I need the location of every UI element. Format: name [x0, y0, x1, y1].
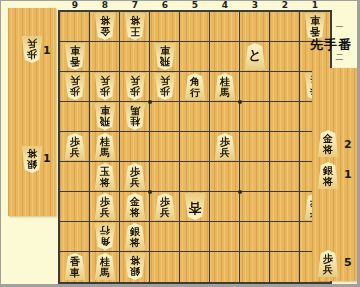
file-label-6: 6 — [150, 0, 180, 10]
square-4-4[interactable] — [210, 102, 240, 132]
square-6-8[interactable] — [150, 222, 180, 252]
piece-kanji: 角行 — [100, 223, 110, 246]
square-9-1[interactable] — [60, 12, 90, 42]
square-5-8[interactable] — [180, 222, 210, 252]
piece-kanji: 歩兵 — [100, 197, 110, 220]
square-4-9[interactable] — [210, 252, 240, 282]
square-4-8[interactable] — [210, 222, 240, 252]
piece-kanji: 飛車 — [100, 103, 110, 126]
square-6-1[interactable] — [150, 12, 180, 42]
square-6-6[interactable] — [150, 162, 180, 192]
star-point — [238, 100, 242, 104]
square-3-9[interactable] — [240, 252, 270, 282]
square-9-4[interactable] — [60, 102, 90, 132]
file-label-2: 2 — [270, 0, 300, 10]
piece-kanji: 王将 — [130, 13, 140, 36]
shogi-app-window: 金将王将香車香車飛車と歩兵歩兵歩兵歩兵角行桂馬歩兵飛車桂馬歩兵桂馬歩兵玉将歩兵歩… — [0, 0, 360, 287]
piece-kanji: 歩兵 — [323, 254, 333, 277]
piece-kanji: 飛車 — [160, 43, 170, 66]
piece-kanji: 杏 — [189, 193, 202, 215]
square-7-5[interactable] — [120, 132, 150, 162]
sente-hand-silver-count: 1 — [344, 168, 352, 181]
square-9-6[interactable] — [60, 162, 90, 192]
piece-kanji: 桂馬 — [130, 103, 140, 126]
piece-kanji: 桂馬 — [100, 137, 110, 160]
shogi-board: 金将王将香車香車飛車と歩兵歩兵歩兵歩兵角行桂馬歩兵飛車桂馬歩兵桂馬歩兵玉将歩兵歩… — [58, 10, 332, 284]
square-2-8[interactable] — [270, 222, 300, 252]
piece-kanji: 銀将 — [130, 253, 140, 276]
turn-indicator: 先手番 — [310, 36, 352, 54]
square-9-7[interactable] — [60, 192, 90, 222]
square-2-7[interactable] — [270, 192, 300, 222]
file-label-5: 5 — [180, 0, 210, 10]
piece-kanji: 角行 — [190, 77, 200, 100]
square-3-5[interactable] — [240, 132, 270, 162]
square-2-2[interactable] — [270, 42, 300, 72]
piece-kanji: 玉将 — [100, 167, 110, 190]
square-2-3[interactable] — [270, 72, 300, 102]
piece-kanji: 歩兵 — [27, 36, 37, 59]
piece-kanji: 歩兵 — [100, 73, 110, 96]
square-2-5[interactable] — [270, 132, 300, 162]
square-3-4[interactable] — [240, 102, 270, 132]
square-3-7[interactable] — [240, 192, 270, 222]
square-3-6[interactable] — [240, 162, 270, 192]
piece-kanji: 金将 — [100, 13, 110, 36]
square-5-9[interactable] — [180, 252, 210, 282]
square-5-1[interactable] — [180, 12, 210, 42]
piece-kanji: 金将 — [130, 197, 140, 220]
square-5-5[interactable] — [180, 132, 210, 162]
star-point — [238, 190, 242, 194]
piece-kanji: 香車 — [70, 43, 80, 66]
square-4-2[interactable] — [210, 42, 240, 72]
square-6-9[interactable] — [150, 252, 180, 282]
square-3-3[interactable] — [240, 72, 270, 102]
square-2-1[interactable] — [270, 12, 300, 42]
square-3-1[interactable] — [240, 12, 270, 42]
square-7-2[interactable] — [120, 42, 150, 72]
piece-kanji: 歩兵 — [130, 73, 140, 96]
file-label-8: 8 — [90, 0, 120, 10]
square-8-2[interactable] — [90, 42, 120, 72]
piece-kanji: 歩兵 — [130, 167, 140, 190]
star-point — [148, 100, 152, 104]
file-label-7: 7 — [120, 0, 150, 10]
file-label-3: 3 — [240, 0, 270, 10]
piece-kanji: 歩兵 — [160, 73, 170, 96]
gote-hand-silver-count: 1 — [43, 152, 51, 165]
piece-kanji: 銀将 — [130, 227, 140, 250]
file-label-4: 4 — [210, 0, 240, 10]
piece-kanji: 香車 — [70, 257, 80, 280]
piece-kanji: 歩兵 — [70, 73, 80, 96]
file-label-9: 9 — [60, 0, 90, 10]
piece-kanji: 歩兵 — [70, 137, 80, 160]
piece-kanji: 銀将 — [323, 166, 333, 189]
square-2-9[interactable] — [270, 252, 300, 282]
piece-kanji: と — [248, 48, 261, 70]
square-4-6[interactable] — [210, 162, 240, 192]
sente-hand-gold-count: 2 — [344, 138, 352, 151]
piece-kanji: 歩兵 — [160, 197, 170, 220]
square-2-6[interactable] — [270, 162, 300, 192]
file-label-1: 1 — [300, 0, 330, 10]
square-6-4[interactable] — [150, 102, 180, 132]
square-5-4[interactable] — [180, 102, 210, 132]
piece-kanji: 金将 — [323, 134, 333, 157]
square-6-5[interactable] — [150, 132, 180, 162]
sente-hand-pawn-count: 5 — [344, 256, 352, 269]
square-4-7[interactable] — [210, 192, 240, 222]
star-point — [148, 190, 152, 194]
square-2-4[interactable] — [270, 102, 300, 132]
square-3-8[interactable] — [240, 222, 270, 252]
piece-kanji: 銀将 — [27, 146, 37, 169]
piece-kanji: 香車 — [310, 13, 320, 36]
piece-kanji: 歩兵 — [220, 137, 230, 160]
square-5-2[interactable] — [180, 42, 210, 72]
square-5-6[interactable] — [180, 162, 210, 192]
square-9-8[interactable] — [60, 222, 90, 252]
piece-kanji: 桂馬 — [220, 77, 230, 100]
gote-hand-pawn-count: 1 — [43, 44, 51, 57]
square-4-1[interactable] — [210, 12, 240, 42]
piece-kanji: 桂馬 — [100, 257, 110, 280]
